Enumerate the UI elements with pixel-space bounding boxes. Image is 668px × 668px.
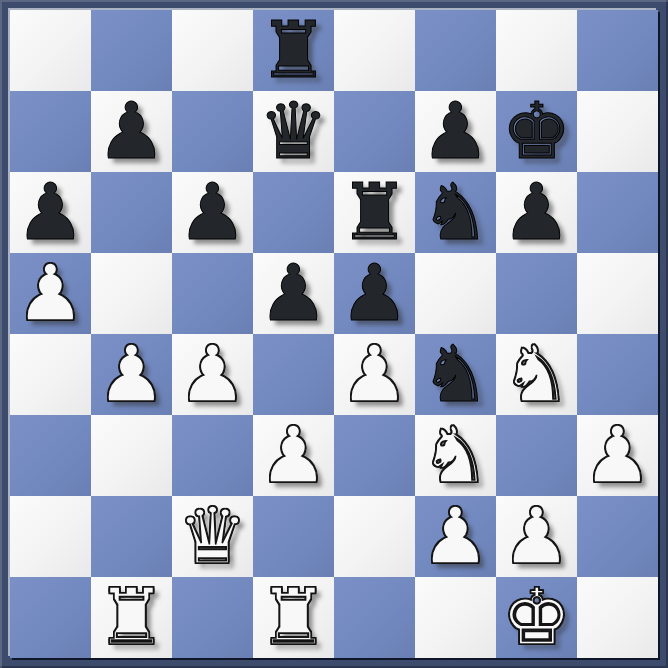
piece-white-pawn[interactable]: ♟ [421,496,491,577]
piece-black-knight[interactable]: ♞ [421,334,491,415]
square-g6[interactable]: ♟ [496,172,577,253]
square-d1[interactable]: ♜ [253,577,334,658]
square-f7[interactable]: ♟ [415,91,496,172]
piece-black-pawn[interactable]: ♟ [259,253,329,334]
square-d7[interactable]: ♛ [253,91,334,172]
square-d2[interactable] [253,496,334,577]
piece-black-pawn[interactable]: ♟ [502,172,572,253]
piece-black-pawn[interactable]: ♟ [340,253,410,334]
square-g7[interactable]: ♚ [496,91,577,172]
piece-white-pawn[interactable]: ♟ [583,415,653,496]
piece-white-pawn[interactable]: ♟ [178,334,248,415]
piece-black-queen[interactable]: ♛ [259,91,329,172]
square-e2[interactable] [334,496,415,577]
board-frame: ♜♟♛♟♚♟♟♜♞♟♟♟♟♟♟♟♞♞♟♞♟♛♟♟♜♜♚ [0,0,668,668]
piece-white-rook[interactable]: ♜ [97,577,167,658]
square-f2[interactable]: ♟ [415,496,496,577]
square-e4[interactable]: ♟ [334,334,415,415]
chess-board: ♜♟♛♟♚♟♟♜♞♟♟♟♟♟♟♟♞♞♟♞♟♛♟♟♜♜♚ [10,10,658,658]
piece-white-pawn[interactable]: ♟ [16,253,86,334]
square-h2[interactable] [577,496,658,577]
square-d5[interactable]: ♟ [253,253,334,334]
square-a3[interactable] [10,415,91,496]
square-c1[interactable] [172,577,253,658]
square-c8[interactable] [172,10,253,91]
square-a7[interactable] [10,91,91,172]
square-e5[interactable]: ♟ [334,253,415,334]
square-e6[interactable]: ♜ [334,172,415,253]
square-f6[interactable]: ♞ [415,172,496,253]
square-f8[interactable] [415,10,496,91]
square-d4[interactable] [253,334,334,415]
square-a1[interactable] [10,577,91,658]
square-g2[interactable]: ♟ [496,496,577,577]
square-h1[interactable] [577,577,658,658]
piece-white-pawn[interactable]: ♟ [340,334,410,415]
piece-white-rook[interactable]: ♜ [259,577,329,658]
square-d6[interactable] [253,172,334,253]
piece-white-pawn[interactable]: ♟ [97,334,167,415]
square-e8[interactable] [334,10,415,91]
square-f5[interactable] [415,253,496,334]
piece-black-pawn[interactable]: ♟ [421,91,491,172]
piece-black-knight[interactable]: ♞ [421,172,491,253]
square-a6[interactable]: ♟ [10,172,91,253]
square-e3[interactable] [334,415,415,496]
square-f3[interactable]: ♞ [415,415,496,496]
square-b1[interactable]: ♜ [91,577,172,658]
piece-black-pawn[interactable]: ♟ [97,91,167,172]
square-h7[interactable] [577,91,658,172]
square-g8[interactable] [496,10,577,91]
piece-white-knight[interactable]: ♞ [502,334,572,415]
square-f1[interactable] [415,577,496,658]
piece-white-pawn[interactable]: ♟ [502,496,572,577]
piece-white-pawn[interactable]: ♟ [259,415,329,496]
square-d8[interactable]: ♜ [253,10,334,91]
square-b7[interactable]: ♟ [91,91,172,172]
piece-white-knight[interactable]: ♞ [421,415,491,496]
piece-white-king[interactable]: ♚ [502,577,572,658]
piece-black-king[interactable]: ♚ [502,91,572,172]
square-e1[interactable] [334,577,415,658]
square-b6[interactable] [91,172,172,253]
square-b5[interactable] [91,253,172,334]
square-h6[interactable] [577,172,658,253]
square-c4[interactable]: ♟ [172,334,253,415]
square-c5[interactable] [172,253,253,334]
piece-black-pawn[interactable]: ♟ [178,172,248,253]
square-b3[interactable] [91,415,172,496]
square-a2[interactable] [10,496,91,577]
square-g5[interactable] [496,253,577,334]
square-a4[interactable] [10,334,91,415]
piece-black-pawn[interactable]: ♟ [16,172,86,253]
square-g4[interactable]: ♞ [496,334,577,415]
square-c3[interactable] [172,415,253,496]
square-c2[interactable]: ♛ [172,496,253,577]
square-b4[interactable]: ♟ [91,334,172,415]
square-h3[interactable]: ♟ [577,415,658,496]
square-a8[interactable] [10,10,91,91]
square-c6[interactable]: ♟ [172,172,253,253]
square-h4[interactable] [577,334,658,415]
square-h8[interactable] [577,10,658,91]
square-b2[interactable] [91,496,172,577]
piece-black-rook[interactable]: ♜ [340,172,410,253]
square-c7[interactable] [172,91,253,172]
square-g3[interactable] [496,415,577,496]
square-h5[interactable] [577,253,658,334]
piece-white-queen[interactable]: ♛ [178,496,248,577]
square-g1[interactable]: ♚ [496,577,577,658]
square-a5[interactable]: ♟ [10,253,91,334]
square-d3[interactable]: ♟ [253,415,334,496]
square-e7[interactable] [334,91,415,172]
square-f4[interactable]: ♞ [415,334,496,415]
square-b8[interactable] [91,10,172,91]
piece-black-rook[interactable]: ♜ [259,10,329,91]
